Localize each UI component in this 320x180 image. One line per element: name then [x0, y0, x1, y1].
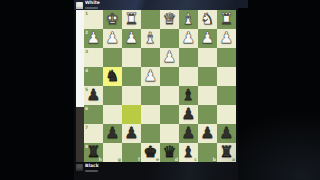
square-f8[interactable]: f: [122, 143, 141, 162]
square-a6[interactable]: [217, 105, 236, 124]
white-king-g1[interactable]: ♚: [106, 10, 120, 29]
square-g5[interactable]: [103, 86, 122, 105]
square-c8[interactable]: c♝: [179, 143, 198, 162]
eval-black-portion: [76, 107, 84, 162]
rank-label-3: 3: [85, 49, 88, 54]
white-pawn-a2[interactable]: ♟: [220, 29, 234, 48]
white-rook-f1[interactable]: ♜: [125, 10, 139, 29]
square-a2[interactable]: ♟: [217, 29, 236, 48]
rank-label-4: 4: [85, 68, 88, 73]
square-g7[interactable]: ♟: [103, 124, 122, 143]
white-pawn-g2[interactable]: ♟: [106, 29, 120, 48]
square-h3[interactable]: 3: [84, 48, 103, 67]
square-a4[interactable]: [217, 67, 236, 86]
square-g4[interactable]: ♞: [103, 67, 122, 86]
file-label-h: h: [99, 157, 102, 162]
square-f4[interactable]: [122, 67, 141, 86]
square-e4[interactable]: ♟: [141, 67, 160, 86]
square-h2[interactable]: 2♟: [84, 29, 103, 48]
square-e1[interactable]: [141, 10, 160, 29]
white-pawn-h2[interactable]: ♟: [87, 29, 101, 48]
rank-label-8: 8: [85, 144, 88, 149]
square-h1[interactable]: 1: [84, 10, 103, 29]
black-avatar: [76, 164, 83, 171]
white-pawn-f2[interactable]: ♟: [125, 29, 139, 48]
square-h7[interactable]: 7: [84, 124, 103, 143]
square-b8[interactable]: b: [198, 143, 217, 162]
square-c3[interactable]: [179, 48, 198, 67]
black-pawn-f7[interactable]: ♟: [125, 124, 139, 143]
square-f1[interactable]: ♜: [122, 10, 141, 29]
square-a3[interactable]: [217, 48, 236, 67]
square-g8[interactable]: g: [103, 143, 122, 162]
file-label-b: b: [213, 157, 216, 162]
square-d8[interactable]: d♛: [160, 143, 179, 162]
square-f6[interactable]: [122, 105, 141, 124]
video-frame: White 1♚♜♛♝♞♜2♟♟♟♝♟♟♟3♟4♞♟5♟♝6♟7♟♟♟♟♟8h♜…: [74, 0, 238, 180]
screenshot-root: White 1♚♜♛♝♞♜2♟♟♟♝♟♟♟3♟4♞♟5♟♝6♟7♟♟♟♟♟8h♜…: [0, 0, 320, 180]
file-label-g: g: [118, 157, 121, 162]
white-knight-b1[interactable]: ♞: [201, 10, 215, 29]
square-b3[interactable]: [198, 48, 217, 67]
square-e6[interactable]: [141, 105, 160, 124]
square-a7[interactable]: ♟: [217, 124, 236, 143]
file-label-c: c: [194, 157, 197, 162]
square-g3[interactable]: [103, 48, 122, 67]
square-e8[interactable]: e♚: [141, 143, 160, 162]
square-h5[interactable]: 5♟: [84, 86, 103, 105]
rank-label-6: 6: [85, 106, 88, 111]
black-pawn-g7[interactable]: ♟: [106, 124, 120, 143]
square-f5[interactable]: [122, 86, 141, 105]
black-pawn-h5[interactable]: ♟: [87, 86, 101, 105]
square-e7[interactable]: [141, 124, 160, 143]
square-d5[interactable]: [160, 86, 179, 105]
white-pawn-c2[interactable]: ♟: [182, 29, 196, 48]
square-c5[interactable]: ♝: [179, 86, 198, 105]
file-label-a: a: [232, 157, 235, 162]
black-pawn-c6[interactable]: ♟: [182, 105, 196, 124]
rank-label-5: 5: [85, 87, 88, 92]
square-c7[interactable]: ♟: [179, 124, 198, 143]
square-h8[interactable]: 8h♜: [84, 143, 103, 162]
white-player-meta: [85, 7, 98, 9]
rank-label-7: 7: [85, 125, 88, 130]
eval-white-portion: [76, 10, 84, 107]
file-label-d: d: [175, 157, 178, 162]
evaluation-bar: [76, 10, 84, 162]
square-a1[interactable]: ♜: [217, 10, 236, 29]
square-d4[interactable]: [160, 67, 179, 86]
file-label-e: e: [156, 157, 159, 162]
square-e3[interactable]: [141, 48, 160, 67]
black-pawn-b7[interactable]: ♟: [201, 124, 215, 143]
square-d7[interactable]: [160, 124, 179, 143]
square-b4[interactable]: [198, 67, 217, 86]
black-pawn-c7[interactable]: ♟: [182, 124, 196, 143]
black-player-name: Black: [85, 164, 99, 169]
square-g1[interactable]: ♚: [103, 10, 122, 29]
square-a8[interactable]: a♜: [217, 143, 236, 162]
square-e5[interactable]: [141, 86, 160, 105]
black-bishop-c5[interactable]: ♝: [182, 86, 196, 105]
rank-label-1: 1: [85, 11, 88, 16]
square-h4[interactable]: 4: [84, 67, 103, 86]
square-c6[interactable]: ♟: [179, 105, 198, 124]
square-f7[interactable]: ♟: [122, 124, 141, 143]
square-d2[interactable]: [160, 29, 179, 48]
square-f2[interactable]: ♟: [122, 29, 141, 48]
square-c4[interactable]: [179, 67, 198, 86]
rank-label-2: 2: [85, 30, 88, 35]
chess-board[interactable]: 1♚♜♛♝♞♜2♟♟♟♝♟♟♟3♟4♞♟5♟♝6♟7♟♟♟♟♟8h♜gfe♚d♛…: [84, 10, 236, 162]
square-b5[interactable]: [198, 86, 217, 105]
white-pawn-e4[interactable]: ♟: [144, 67, 158, 86]
square-h6[interactable]: 6: [84, 105, 103, 124]
white-bishop-c1[interactable]: ♝: [182, 10, 196, 29]
square-c2[interactable]: ♟: [179, 29, 198, 48]
square-g2[interactable]: ♟: [103, 29, 122, 48]
player-bar-black: Black: [74, 162, 238, 180]
top-bar-overflow: [238, 0, 248, 8]
black-player-meta: [85, 170, 98, 172]
black-pawn-a7[interactable]: ♟: [220, 124, 234, 143]
square-b1[interactable]: ♞: [198, 10, 217, 29]
square-d1[interactable]: ♛: [160, 10, 179, 29]
square-b6[interactable]: [198, 105, 217, 124]
player-bar-white: White: [74, 0, 238, 10]
square-d6[interactable]: [160, 105, 179, 124]
black-knight-g4[interactable]: ♞: [106, 67, 120, 86]
white-bishop-e2[interactable]: ♝: [144, 29, 158, 48]
file-label-f: f: [138, 157, 140, 162]
square-f3[interactable]: [122, 48, 141, 67]
white-player-name: White: [85, 1, 100, 6]
square-c1[interactable]: ♝: [179, 10, 198, 29]
square-b2[interactable]: ♟: [198, 29, 217, 48]
square-d3[interactable]: ♟: [160, 48, 179, 67]
white-queen-d1[interactable]: ♛: [163, 10, 177, 29]
white-pawn-d3[interactable]: ♟: [163, 48, 177, 67]
square-b7[interactable]: ♟: [198, 124, 217, 143]
square-g6[interactable]: [103, 105, 122, 124]
square-e2[interactable]: ♝: [141, 29, 160, 48]
white-avatar: [76, 2, 83, 9]
white-rook-a1[interactable]: ♜: [220, 10, 234, 29]
square-a5[interactable]: [217, 86, 236, 105]
white-pawn-b2[interactable]: ♟: [201, 29, 215, 48]
